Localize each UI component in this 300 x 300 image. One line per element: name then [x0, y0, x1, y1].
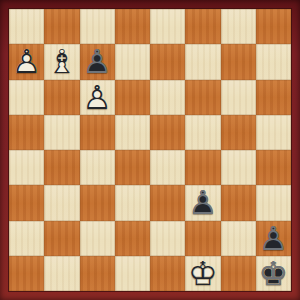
square-e7[interactable] — [150, 44, 185, 79]
square-g7[interactable] — [221, 44, 256, 79]
white-pawn[interactable]: ♟♙ — [9, 44, 44, 79]
square-h1[interactable]: ♚♔ — [256, 256, 291, 291]
square-d5[interactable] — [115, 115, 150, 150]
square-h3[interactable] — [256, 185, 291, 220]
square-b4[interactable] — [44, 150, 79, 185]
square-a6[interactable] — [9, 80, 44, 115]
square-d6[interactable] — [115, 80, 150, 115]
white-bishop[interactable]: ♝♗ — [44, 44, 79, 79]
square-c6[interactable]: ♟♙ — [80, 80, 115, 115]
square-b2[interactable] — [44, 221, 79, 256]
square-e8[interactable] — [150, 9, 185, 44]
square-g5[interactable] — [221, 115, 256, 150]
square-e4[interactable] — [150, 150, 185, 185]
square-h8[interactable] — [256, 9, 291, 44]
square-e3[interactable] — [150, 185, 185, 220]
square-b1[interactable] — [44, 256, 79, 291]
square-f2[interactable] — [185, 221, 220, 256]
black-pawn-outline: ♙ — [185, 185, 220, 220]
square-d2[interactable] — [115, 221, 150, 256]
square-f3[interactable]: ♟♙ — [185, 185, 220, 220]
square-b8[interactable] — [44, 9, 79, 44]
square-h4[interactable] — [256, 150, 291, 185]
square-b5[interactable] — [44, 115, 79, 150]
square-g8[interactable] — [221, 9, 256, 44]
square-f1[interactable]: ♚♔ — [185, 256, 220, 291]
white-king-outline: ♔ — [185, 256, 220, 291]
black-king-outline: ♔ — [256, 256, 291, 291]
square-d7[interactable] — [115, 44, 150, 79]
white-pawn[interactable]: ♟♙ — [80, 80, 115, 115]
square-c8[interactable] — [80, 9, 115, 44]
square-f8[interactable] — [185, 9, 220, 44]
square-a4[interactable] — [9, 150, 44, 185]
chess-board: ♟♙♝♗♟♙♟♙♟♙♟♙♚♔♚♔ — [9, 9, 291, 291]
chess-board-frame: ♟♙♝♗♟♙♟♙♟♙♟♙♚♔♚♔ — [0, 0, 300, 300]
square-c7[interactable]: ♟♙ — [80, 44, 115, 79]
square-f4[interactable] — [185, 150, 220, 185]
square-f7[interactable] — [185, 44, 220, 79]
square-h5[interactable] — [256, 115, 291, 150]
black-pawn-outline: ♙ — [256, 221, 291, 256]
white-king[interactable]: ♚♔ — [185, 256, 220, 291]
black-pawn[interactable]: ♟♙ — [185, 185, 220, 220]
square-c4[interactable] — [80, 150, 115, 185]
square-e6[interactable] — [150, 80, 185, 115]
square-c2[interactable] — [80, 221, 115, 256]
square-d1[interactable] — [115, 256, 150, 291]
square-a7[interactable]: ♟♙ — [9, 44, 44, 79]
square-b7[interactable]: ♝♗ — [44, 44, 79, 79]
square-g4[interactable] — [221, 150, 256, 185]
square-c1[interactable] — [80, 256, 115, 291]
white-pawn-outline: ♙ — [80, 80, 115, 115]
square-c5[interactable] — [80, 115, 115, 150]
square-g2[interactable] — [221, 221, 256, 256]
square-a2[interactable] — [9, 221, 44, 256]
square-f5[interactable] — [185, 115, 220, 150]
square-a3[interactable] — [9, 185, 44, 220]
square-e5[interactable] — [150, 115, 185, 150]
square-g3[interactable] — [221, 185, 256, 220]
square-h7[interactable] — [256, 44, 291, 79]
square-a8[interactable] — [9, 9, 44, 44]
square-d8[interactable] — [115, 9, 150, 44]
square-g6[interactable] — [221, 80, 256, 115]
black-pawn[interactable]: ♟♙ — [80, 44, 115, 79]
white-pawn-outline: ♙ — [9, 44, 44, 79]
square-d4[interactable] — [115, 150, 150, 185]
white-bishop-outline: ♗ — [44, 44, 79, 79]
black-king[interactable]: ♚♔ — [256, 256, 291, 291]
square-b6[interactable] — [44, 80, 79, 115]
square-h2[interactable]: ♟♙ — [256, 221, 291, 256]
black-pawn[interactable]: ♟♙ — [256, 221, 291, 256]
square-c3[interactable] — [80, 185, 115, 220]
square-a1[interactable] — [9, 256, 44, 291]
square-a5[interactable] — [9, 115, 44, 150]
square-h6[interactable] — [256, 80, 291, 115]
black-pawn-outline: ♙ — [80, 44, 115, 79]
square-g1[interactable] — [221, 256, 256, 291]
square-f6[interactable] — [185, 80, 220, 115]
square-d3[interactable] — [115, 185, 150, 220]
square-b3[interactable] — [44, 185, 79, 220]
square-e2[interactable] — [150, 221, 185, 256]
square-e1[interactable] — [150, 256, 185, 291]
